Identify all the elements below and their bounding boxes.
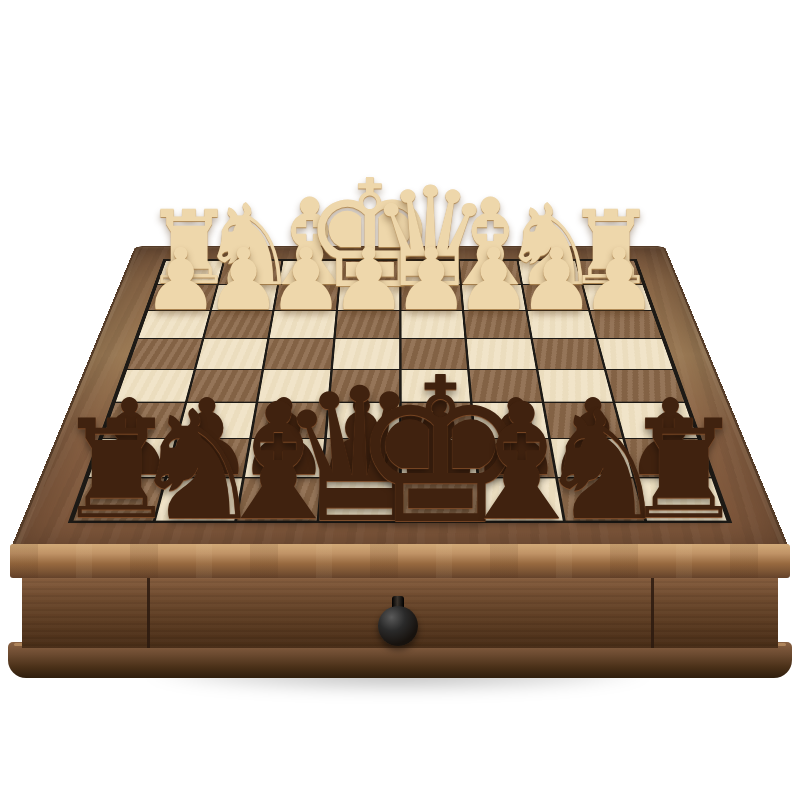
board-square-r4c1[interactable] bbox=[128, 339, 202, 368]
piece-black-rook[interactable]: ♜ bbox=[622, 402, 745, 539]
board-square-r4c8[interactable] bbox=[598, 339, 672, 368]
drawer-knob[interactable] bbox=[378, 606, 418, 646]
drawer-seam-right bbox=[651, 574, 654, 648]
board-square-r4c7[interactable] bbox=[533, 339, 604, 368]
board-square-r4c2[interactable] bbox=[196, 339, 267, 368]
piece-white-pawn[interactable]: ♟ bbox=[581, 236, 658, 321]
drawer-seam-left bbox=[147, 574, 150, 648]
product-photo-stage: ♜♞♝♚♛♝♞♜♟♟♟♟♟♟♟♟♟♟♟♟♟♟♟♟♜♞♝♛♚♝♞♜ bbox=[0, 0, 800, 800]
